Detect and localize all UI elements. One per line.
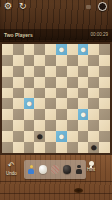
cell-r7c2[interactable] — [24, 120, 35, 131]
cell-r1c2[interactable] — [24, 55, 35, 66]
cell-r1c3[interactable] — [34, 55, 45, 66]
cell-r5c6[interactable] — [67, 98, 78, 109]
cell-r1c7[interactable] — [78, 55, 89, 66]
cell-r7c8[interactable] — [88, 120, 99, 131]
cell-r9c8[interactable]: ● — [88, 142, 99, 153]
cell-r6c8[interactable] — [88, 109, 99, 120]
cell-r9c1[interactable] — [13, 142, 24, 153]
cell-r2c3[interactable] — [34, 66, 45, 77]
cell-r2c5[interactable] — [56, 66, 67, 77]
players-panel — [24, 160, 86, 179]
cell-r6c6[interactable] — [67, 109, 78, 120]
cell-r9c5[interactable] — [56, 142, 67, 153]
board: ●●●●●●● — [0, 42, 112, 155]
settings-gear-icon[interactable]: ⚙ — [4, 2, 12, 11]
sound-icon[interactable] — [86, 5, 91, 9]
cell-r5c2[interactable]: ● — [24, 98, 35, 109]
cell-r0c4[interactable] — [45, 44, 56, 55]
cell-r6c7[interactable]: ● — [78, 109, 89, 120]
cell-r2c6[interactable] — [67, 66, 78, 77]
cell-r7c3[interactable] — [34, 120, 45, 131]
cell-r6c1[interactable] — [13, 109, 24, 120]
cell-r8c8[interactable] — [88, 131, 99, 142]
vs-marker — [51, 165, 60, 174]
white-piece[interactable]: ● — [58, 131, 65, 141]
cell-r4c3[interactable] — [34, 88, 45, 99]
cell-r4c1[interactable] — [13, 88, 24, 99]
undo-label: Undo — [6, 171, 17, 176]
game-timer: 00:00:29 — [90, 32, 108, 37]
cell-r9c4[interactable] — [45, 142, 56, 153]
cell-r7c1[interactable] — [13, 120, 24, 131]
cell-r4c2[interactable] — [24, 88, 35, 99]
player-two-icon — [75, 165, 82, 175]
cell-r9c7[interactable] — [78, 142, 89, 153]
black-piece[interactable]: ● — [90, 142, 97, 152]
cell-r0c1[interactable] — [13, 44, 24, 55]
cell-r7c4[interactable] — [45, 120, 56, 131]
white-piece[interactable]: ● — [58, 44, 65, 54]
cell-r2c2[interactable] — [24, 66, 35, 77]
cell-r0c8[interactable] — [88, 44, 99, 55]
cell-r5c9[interactable] — [99, 98, 110, 109]
top-wood-background: ⚙ ↻ Two Players 00:00:29 — [0, 0, 112, 42]
cell-r6c5[interactable] — [56, 109, 67, 120]
undo-icon: ↶ — [8, 162, 15, 170]
cell-r0c0[interactable] — [2, 44, 13, 55]
cell-r4c0[interactable] — [2, 88, 13, 99]
cell-r9c9[interactable] — [99, 142, 110, 153]
white-piece[interactable]: ● — [80, 109, 87, 119]
cell-r8c4[interactable] — [45, 131, 56, 142]
cell-r0c2[interactable] — [24, 44, 35, 55]
cell-r3c0[interactable] — [2, 77, 13, 88]
cell-r0c7[interactable]: ● — [78, 44, 89, 55]
cell-r3c4[interactable] — [45, 77, 56, 88]
white-piece[interactable]: ● — [26, 98, 33, 108]
cell-r1c0[interactable] — [2, 55, 13, 66]
cell-r1c6[interactable] — [67, 55, 78, 66]
cell-r9c2[interactable] — [24, 142, 35, 153]
plank-seam — [0, 181, 112, 182]
cell-r1c9[interactable] — [99, 55, 110, 66]
cell-r3c3[interactable] — [34, 77, 45, 88]
cell-r2c1[interactable] — [13, 66, 24, 77]
cell-r1c1[interactable] — [13, 55, 24, 66]
bottom-wood-background: ↶ Undo Hint — [0, 155, 112, 200]
cell-r6c2[interactable] — [24, 109, 35, 120]
restart-icon[interactable]: ↻ — [19, 2, 27, 11]
cell-r5c1[interactable] — [13, 98, 24, 109]
cell-r6c4[interactable] — [45, 109, 56, 120]
cell-r7c0[interactable] — [2, 120, 13, 131]
cell-r8c6[interactable] — [67, 131, 78, 142]
white-piece[interactable]: ● — [80, 44, 87, 54]
cell-r2c7[interactable] — [78, 66, 89, 77]
cell-r8c1[interactable] — [13, 131, 24, 142]
cell-r3c5[interactable] — [56, 77, 67, 88]
record-button[interactable] — [98, 2, 107, 11]
cell-r6c9[interactable] — [99, 109, 110, 120]
cell-r4c4[interactable] — [45, 88, 56, 99]
game-mode-label: Two Players — [4, 32, 33, 38]
cell-r5c0[interactable] — [2, 98, 13, 109]
cell-r8c2[interactable] — [24, 131, 35, 142]
hint-button[interactable]: Hint — [87, 161, 95, 172]
top-toolbar: ⚙ ↻ — [0, 0, 112, 16]
hint-bulb-icon — [89, 161, 94, 166]
cell-r7c6[interactable] — [67, 120, 78, 131]
cell-r4c8[interactable] — [88, 88, 99, 99]
cell-r8c0[interactable] — [2, 131, 13, 142]
cell-r9c0[interactable] — [2, 142, 13, 153]
player-two-body — [76, 169, 82, 174]
cell-r3c1[interactable] — [13, 77, 24, 88]
undo-button[interactable]: ↶ Undo — [6, 162, 17, 176]
player-one-icon — [28, 165, 35, 175]
cell-r4c7[interactable] — [78, 88, 89, 99]
cell-r2c8[interactable] — [88, 66, 99, 77]
player-one-body — [28, 169, 34, 174]
white-piece-indicator — [39, 165, 48, 174]
black-piece-indicator — [63, 165, 72, 174]
cell-r8c3[interactable]: ● — [34, 131, 45, 142]
player-one-head — [30, 165, 34, 169]
cell-r0c3[interactable] — [34, 44, 45, 55]
cell-r3c2[interactable] — [24, 77, 35, 88]
cell-r0c9[interactable] — [99, 44, 110, 55]
cell-r2c9[interactable] — [99, 66, 110, 77]
cell-r1c4[interactable] — [45, 55, 56, 66]
cell-r5c7[interactable] — [78, 98, 89, 109]
cell-r9c3[interactable] — [34, 142, 45, 153]
cell-r6c0[interactable] — [2, 109, 13, 120]
app-screen: ⚙ ↻ Two Players 00:00:29 ●●●●●●● ↶ Undo — [0, 0, 112, 200]
cell-r1c5[interactable] — [56, 55, 67, 66]
cell-r4c6[interactable] — [67, 88, 78, 99]
cell-r5c3[interactable] — [34, 98, 45, 109]
cell-r2c4[interactable] — [45, 66, 56, 77]
cell-r3c7[interactable] — [78, 77, 89, 88]
cell-r4c5[interactable] — [56, 88, 67, 99]
cell-r3c8[interactable] — [88, 77, 99, 88]
cell-r6c3[interactable] — [34, 109, 45, 120]
plank-seam — [0, 193, 112, 194]
cell-r4c9[interactable] — [99, 88, 110, 99]
black-piece[interactable]: ● — [36, 131, 43, 141]
wood-knot — [74, 188, 83, 193]
cell-r0c6[interactable] — [67, 44, 78, 55]
cell-r7c5[interactable] — [56, 120, 67, 131]
cell-r1c8[interactable] — [88, 55, 99, 66]
cell-r7c9[interactable] — [99, 120, 110, 131]
cell-r7c7[interactable] — [78, 120, 89, 131]
cell-r5c4[interactable] — [45, 98, 56, 109]
cell-r0c5[interactable]: ● — [56, 44, 67, 55]
cell-r9c6[interactable] — [67, 142, 78, 153]
cell-r3c9[interactable] — [99, 77, 110, 88]
cell-r5c8[interactable] — [88, 98, 99, 109]
cell-r8c5[interactable]: ● — [56, 131, 67, 142]
cell-r5c5[interactable] — [56, 98, 67, 109]
cell-r8c9[interactable] — [99, 131, 110, 142]
cell-r3c6[interactable] — [67, 77, 78, 88]
cell-r8c7[interactable] — [78, 131, 89, 142]
status-strip: Two Players 00:00:29 — [0, 29, 112, 40]
player-two-head — [77, 165, 81, 169]
cell-r2c0[interactable] — [2, 66, 13, 77]
